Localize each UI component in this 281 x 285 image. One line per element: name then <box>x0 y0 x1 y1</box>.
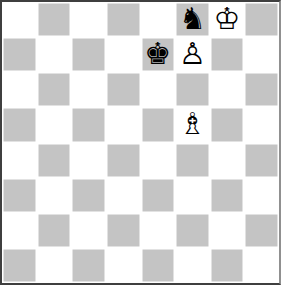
square-h3[interactable] <box>244 178 279 213</box>
square-b7[interactable] <box>37 37 72 72</box>
square-h2[interactable] <box>244 213 279 248</box>
square-c2[interactable] <box>71 213 106 248</box>
square-c8[interactable] <box>71 2 106 37</box>
square-e3[interactable] <box>141 178 176 213</box>
white-king-piece[interactable]: ♔ <box>214 4 241 34</box>
square-e1[interactable] <box>141 248 176 283</box>
square-d4[interactable] <box>106 143 141 178</box>
square-c3[interactable] <box>71 178 106 213</box>
square-b6[interactable] <box>37 72 72 107</box>
square-c4[interactable] <box>71 143 106 178</box>
square-h4[interactable] <box>244 143 279 178</box>
square-e2[interactable] <box>141 213 176 248</box>
square-a3[interactable] <box>2 178 37 213</box>
square-f3[interactable] <box>175 178 210 213</box>
square-b3[interactable] <box>37 178 72 213</box>
square-c5[interactable] <box>71 107 106 142</box>
square-f6[interactable] <box>175 72 210 107</box>
square-c6[interactable] <box>71 72 106 107</box>
square-b4[interactable] <box>37 143 72 178</box>
square-e7[interactable]: ♚ <box>141 37 176 72</box>
square-c1[interactable] <box>71 248 106 283</box>
square-e4[interactable] <box>141 143 176 178</box>
square-b8[interactable] <box>37 2 72 37</box>
square-a4[interactable] <box>2 143 37 178</box>
square-h5[interactable] <box>244 107 279 142</box>
square-g4[interactable] <box>210 143 245 178</box>
square-g5[interactable] <box>210 107 245 142</box>
black-king-piece[interactable]: ♚ <box>144 39 171 69</box>
square-d8[interactable] <box>106 2 141 37</box>
square-g2[interactable] <box>210 213 245 248</box>
square-a6[interactable] <box>2 72 37 107</box>
square-f2[interactable] <box>175 213 210 248</box>
square-d5[interactable] <box>106 107 141 142</box>
square-a8[interactable] <box>2 2 37 37</box>
square-h1[interactable] <box>244 248 279 283</box>
square-h7[interactable] <box>244 37 279 72</box>
chess-diagram: ♞♔♚♙♗ <box>0 0 281 285</box>
square-f8[interactable]: ♞ <box>175 2 210 37</box>
square-b1[interactable] <box>37 248 72 283</box>
square-g1[interactable] <box>210 248 245 283</box>
square-d1[interactable] <box>106 248 141 283</box>
square-a1[interactable] <box>2 248 37 283</box>
square-g7[interactable] <box>210 37 245 72</box>
white-pawn-piece[interactable]: ♙ <box>179 39 206 69</box>
square-g6[interactable] <box>210 72 245 107</box>
square-h6[interactable] <box>244 72 279 107</box>
square-d6[interactable] <box>106 72 141 107</box>
square-f4[interactable] <box>175 143 210 178</box>
square-b5[interactable] <box>37 107 72 142</box>
square-f7[interactable]: ♙ <box>175 37 210 72</box>
black-knight-piece[interactable]: ♞ <box>179 4 206 34</box>
square-g3[interactable] <box>210 178 245 213</box>
square-d3[interactable] <box>106 178 141 213</box>
square-e5[interactable] <box>141 107 176 142</box>
square-f5[interactable]: ♗ <box>175 107 210 142</box>
square-d7[interactable] <box>106 37 141 72</box>
square-b2[interactable] <box>37 213 72 248</box>
white-bishop-piece[interactable]: ♗ <box>179 109 206 139</box>
square-a2[interactable] <box>2 213 37 248</box>
square-e6[interactable] <box>141 72 176 107</box>
square-d2[interactable] <box>106 213 141 248</box>
square-a5[interactable] <box>2 107 37 142</box>
square-h8[interactable] <box>244 2 279 37</box>
square-e8[interactable] <box>141 2 176 37</box>
chess-board: ♞♔♚♙♗ <box>0 0 281 285</box>
square-c7[interactable] <box>71 37 106 72</box>
square-g8[interactable]: ♔ <box>210 2 245 37</box>
square-a7[interactable] <box>2 37 37 72</box>
square-f1[interactable] <box>175 248 210 283</box>
